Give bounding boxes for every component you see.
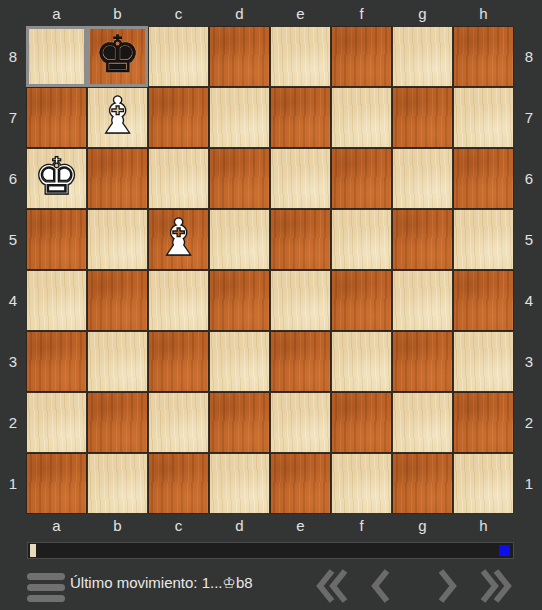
square-c4[interactable] [148,270,209,331]
rank-label-3: 3 [0,331,26,392]
square-d7[interactable] [209,87,270,148]
square-f2[interactable] [331,392,392,453]
square-g6[interactable] [392,148,453,209]
square-a3[interactable] [26,331,87,392]
square-a8[interactable] [26,26,87,87]
square-e4[interactable] [270,270,331,331]
file-label-g: g [392,4,453,24]
square-h3[interactable] [453,331,514,392]
rank-label-4: 4 [516,270,542,331]
square-a4[interactable] [26,270,87,331]
square-d8[interactable] [209,26,270,87]
game-progress-bar[interactable] [27,542,514,559]
rank-label-6: 6 [516,148,542,209]
square-a1[interactable] [26,453,87,514]
rank-label-7: 7 [0,87,26,148]
hamburger-icon [27,573,65,602]
file-label-e: e [270,516,331,536]
square-d4[interactable] [209,270,270,331]
square-h8[interactable] [453,26,514,87]
square-h4[interactable] [453,270,514,331]
rank-label-5: 5 [516,209,542,270]
square-d2[interactable] [209,392,270,453]
rank-labels-right: 87654321 [516,26,542,514]
file-label-c: c [148,4,209,24]
square-b3[interactable] [87,331,148,392]
rank-label-2: 2 [0,392,26,453]
rank-label-1: 1 [0,453,26,514]
file-label-b: b [87,4,148,24]
square-g3[interactable] [392,331,453,392]
square-f5[interactable] [331,209,392,270]
square-g8[interactable] [392,26,453,87]
white-bishop[interactable]: ♝ [156,207,202,268]
next-move-button[interactable] [435,568,460,604]
square-c8[interactable] [148,26,209,87]
previous-move-button[interactable] [368,568,393,604]
square-b5[interactable] [87,209,148,270]
chess-app: abcdefgh 87654321 87654321 ♚♝♚♝ abcdefgh… [0,0,542,610]
bottom-controls: Último movimiento: 1...♔b8 [0,566,542,610]
white-king[interactable]: ♚ [34,146,80,207]
square-d6[interactable] [209,148,270,209]
chevron-right-icon [435,568,460,604]
square-f6[interactable] [331,148,392,209]
square-c3[interactable] [148,331,209,392]
square-e1[interactable] [270,453,331,514]
file-label-e: e [270,4,331,24]
file-label-a: a [26,4,87,24]
square-c6[interactable] [148,148,209,209]
square-c7[interactable] [148,87,209,148]
white-bishop[interactable]: ♝ [95,85,141,146]
chevron-left-icon [368,568,393,604]
square-g4[interactable] [392,270,453,331]
file-label-d: d [209,516,270,536]
double-chevron-left-icon [314,568,351,604]
progress-position-marker[interactable] [30,544,36,557]
progress-end-marker[interactable] [499,545,510,556]
square-b7[interactable]: ♝ [87,87,148,148]
square-g1[interactable] [392,453,453,514]
square-d3[interactable] [209,331,270,392]
square-a2[interactable] [26,392,87,453]
square-e7[interactable] [270,87,331,148]
square-b1[interactable] [87,453,148,514]
rank-label-2: 2 [516,392,542,453]
file-label-a: a [26,516,87,536]
rank-label-1: 1 [516,453,542,514]
square-f7[interactable] [331,87,392,148]
square-f1[interactable] [331,453,392,514]
file-labels-bottom: abcdefgh [26,516,514,536]
square-a5[interactable] [26,209,87,270]
square-f4[interactable] [331,270,392,331]
board: ♚♝♚♝ [26,26,514,514]
rank-label-8: 8 [0,26,26,87]
square-e3[interactable] [270,331,331,392]
file-label-b: b [87,516,148,536]
square-c5[interactable]: ♝ [148,209,209,270]
rank-labels-left: 87654321 [0,26,26,514]
rank-label-4: 4 [0,270,26,331]
black-king[interactable]: ♚ [95,24,141,85]
square-f3[interactable] [331,331,392,392]
square-g2[interactable] [392,392,453,453]
square-a6[interactable]: ♚ [26,148,87,209]
square-h5[interactable] [453,209,514,270]
first-move-button[interactable] [314,568,351,604]
square-e8[interactable] [270,26,331,87]
menu-button[interactable] [27,573,65,602]
square-c1[interactable] [148,453,209,514]
square-h7[interactable] [453,87,514,148]
square-g7[interactable] [392,87,453,148]
square-e2[interactable] [270,392,331,453]
file-label-h: h [453,516,514,536]
square-c2[interactable] [148,392,209,453]
rank-label-3: 3 [516,331,542,392]
square-e5[interactable] [270,209,331,270]
file-label-c: c [148,516,209,536]
file-label-d: d [209,4,270,24]
rank-label-5: 5 [0,209,26,270]
last-move-button[interactable] [477,568,514,604]
file-label-g: g [392,516,453,536]
square-b8[interactable]: ♚ [87,26,148,87]
square-a7[interactable] [26,87,87,148]
file-label-f: f [331,516,392,536]
last-move-status: Último movimiento: 1...♔b8 [70,574,253,592]
move-navigation [297,568,514,604]
square-h2[interactable] [453,392,514,453]
square-b4[interactable] [87,270,148,331]
rank-label-7: 7 [516,87,542,148]
square-b2[interactable] [87,392,148,453]
square-d1[interactable] [209,453,270,514]
double-chevron-right-icon [477,568,514,604]
rank-label-8: 8 [516,26,542,87]
square-d5[interactable] [209,209,270,270]
square-e6[interactable] [270,148,331,209]
square-h6[interactable] [453,148,514,209]
square-h1[interactable] [453,453,514,514]
file-label-h: h [453,4,514,24]
file-labels-top: abcdefgh [26,4,514,24]
file-label-f: f [331,4,392,24]
rank-label-6: 6 [0,148,26,209]
square-f8[interactable] [331,26,392,87]
square-g5[interactable] [392,209,453,270]
square-b6[interactable] [87,148,148,209]
